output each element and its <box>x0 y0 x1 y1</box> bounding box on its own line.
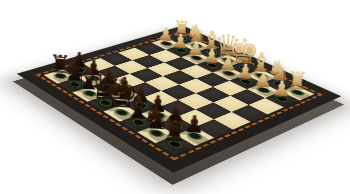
white-pawn[interactable]: ♟ <box>258 77 304 102</box>
chess-board: ♜♞♝♛♚♝♞♜♟♟♟♟♟♟♟♟♟♟♟♟♟♟♟♟♜♞♝♛♚♝♞♜ <box>17 25 341 172</box>
scene-3d: ♜♞♝♛♚♝♞♜♟♟♟♟♟♟♟♟♟♟♟♟♟♟♟♟♜♞♝♛♚♝♞♜ <box>0 0 350 194</box>
chess-set-product-photo: ♜♞♝♛♚♝♞♜♟♟♟♟♟♟♟♟♟♟♟♟♟♟♟♟♜♞♝♛♚♝♞♜ <box>0 0 350 194</box>
black-rook[interactable]: ♜ <box>148 115 201 148</box>
square-e4[interactable] <box>179 78 213 93</box>
